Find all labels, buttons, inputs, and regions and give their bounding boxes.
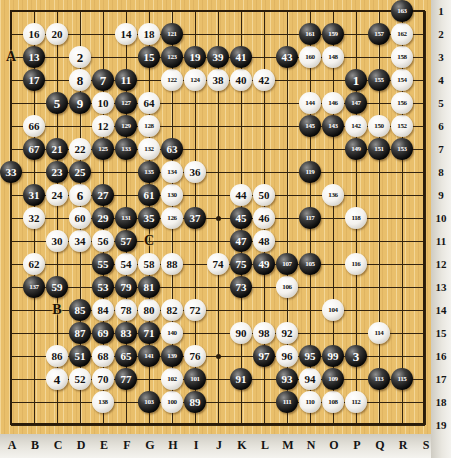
stone-move-number: 17 bbox=[29, 75, 40, 86]
stone-move-number: 154 bbox=[397, 77, 406, 84]
board-annotation-a: A bbox=[0, 46, 22, 68]
stone-move-number: 119 bbox=[306, 169, 315, 176]
row-label-6: 6 bbox=[431, 120, 451, 132]
stone-white-130: 130 bbox=[161, 184, 183, 206]
stone-move-number: 33 bbox=[6, 167, 17, 178]
stone-move-number: 54 bbox=[121, 259, 132, 270]
stone-move-number: 58 bbox=[144, 259, 155, 270]
stone-black-143: 143 bbox=[322, 115, 344, 137]
stone-white-86: 86 bbox=[46, 345, 68, 367]
stone-black-43: 43 bbox=[276, 46, 298, 68]
right-coordinate-margin bbox=[431, 0, 451, 458]
stone-move-number: 3 bbox=[353, 350, 360, 363]
stone-move-number: 13 bbox=[29, 52, 40, 63]
stone-white-20: 20 bbox=[46, 23, 68, 45]
stone-black-39: 39 bbox=[207, 46, 229, 68]
stone-black-147: 147 bbox=[345, 92, 367, 114]
stone-move-number: 157 bbox=[374, 31, 383, 38]
stone-move-number: 134 bbox=[167, 169, 176, 176]
stone-move-number: 121 bbox=[167, 31, 176, 38]
stone-move-number: 76 bbox=[190, 351, 201, 362]
stone-black-99: 99 bbox=[322, 345, 344, 367]
stone-white-42: 42 bbox=[253, 69, 275, 91]
stone-move-number: 86 bbox=[52, 351, 63, 362]
stone-move-number: 109 bbox=[328, 376, 337, 383]
stone-move-number: 35 bbox=[144, 213, 155, 224]
stone-black-149: 149 bbox=[345, 138, 367, 160]
stone-white-44: 44 bbox=[230, 184, 252, 206]
stone-white-70: 70 bbox=[92, 368, 114, 390]
row-label-1: 1 bbox=[431, 5, 451, 17]
stone-move-number: 50 bbox=[259, 190, 270, 201]
stone-move-number: 81 bbox=[144, 282, 155, 293]
stone-move-number: 143 bbox=[328, 123, 337, 130]
stone-move-number: 110 bbox=[306, 399, 315, 406]
stone-move-number: 20 bbox=[52, 29, 63, 40]
column-label-j: J bbox=[211, 438, 227, 453]
stone-white-76: 76 bbox=[184, 345, 206, 367]
stone-black-41: 41 bbox=[230, 46, 252, 68]
stone-move-number: 69 bbox=[98, 328, 109, 339]
stone-white-22: 22 bbox=[69, 138, 91, 160]
stone-move-number: 115 bbox=[398, 376, 407, 383]
stone-move-number: 67 bbox=[29, 144, 40, 155]
stone-move-number: 113 bbox=[375, 376, 384, 383]
stone-move-number: 7 bbox=[100, 74, 107, 87]
stone-white-94: 94 bbox=[299, 368, 321, 390]
grid-line-vertical bbox=[425, 11, 426, 425]
stone-black-29: 29 bbox=[92, 207, 114, 229]
stone-black-35: 35 bbox=[138, 207, 160, 229]
stone-white-112: 112 bbox=[345, 391, 367, 413]
stone-move-number: 114 bbox=[375, 330, 384, 337]
row-label-8: 8 bbox=[431, 166, 451, 178]
stone-white-96: 96 bbox=[276, 345, 298, 367]
stone-move-number: 151 bbox=[374, 146, 383, 153]
column-label-i: I bbox=[188, 438, 204, 453]
stone-move-number: 161 bbox=[305, 31, 314, 38]
stone-move-number: 162 bbox=[397, 31, 406, 38]
stone-move-number: 141 bbox=[144, 353, 153, 360]
stone-move-number: 8 bbox=[77, 74, 84, 87]
stone-move-number: 78 bbox=[121, 305, 132, 316]
stone-move-number: 30 bbox=[52, 236, 63, 247]
stone-white-66: 66 bbox=[23, 115, 45, 137]
row-label-2: 2 bbox=[431, 28, 451, 40]
column-label-b: B bbox=[27, 438, 43, 453]
stone-black-129: 129 bbox=[115, 115, 137, 137]
stone-move-number: 98 bbox=[259, 328, 270, 339]
row-label-15: 15 bbox=[431, 327, 451, 339]
row-label-10: 10 bbox=[431, 212, 451, 224]
stone-move-number: 71 bbox=[144, 328, 155, 339]
stone-white-104: 104 bbox=[322, 299, 344, 321]
stone-black-89: 89 bbox=[184, 391, 206, 413]
column-label-f: F bbox=[119, 438, 135, 453]
stone-move-number: 131 bbox=[121, 215, 130, 222]
stone-white-160: 160 bbox=[299, 46, 321, 68]
stone-move-number: 66 bbox=[29, 121, 40, 132]
stone-move-number: 145 bbox=[305, 123, 314, 130]
stone-white-124: 124 bbox=[184, 69, 206, 91]
row-label-4: 4 bbox=[431, 74, 451, 86]
stone-move-number: 123 bbox=[167, 54, 176, 61]
stone-black-87: 87 bbox=[69, 322, 91, 344]
stone-black-45: 45 bbox=[230, 207, 252, 229]
stone-move-number: 65 bbox=[121, 351, 132, 362]
stone-move-number: 4 bbox=[54, 373, 61, 386]
stone-move-number: 103 bbox=[144, 399, 153, 406]
stone-move-number: 101 bbox=[190, 376, 199, 383]
stone-white-98: 98 bbox=[253, 322, 275, 344]
stone-move-number: 135 bbox=[144, 169, 153, 176]
column-label-r: R bbox=[395, 438, 411, 453]
stone-move-number: 158 bbox=[397, 54, 406, 61]
stone-black-17: 17 bbox=[23, 69, 45, 91]
stone-black-139: 139 bbox=[161, 345, 183, 367]
stone-move-number: 6 bbox=[77, 189, 84, 202]
stone-move-number: 139 bbox=[167, 353, 176, 360]
stone-black-63: 63 bbox=[161, 138, 183, 160]
stone-black-103: 103 bbox=[138, 391, 160, 413]
stone-move-number: 153 bbox=[397, 146, 406, 153]
stone-move-number: 96 bbox=[282, 351, 293, 362]
stone-move-number: 49 bbox=[259, 259, 270, 270]
stone-move-number: 42 bbox=[259, 75, 270, 86]
stone-white-110: 110 bbox=[299, 391, 321, 413]
stone-move-number: 46 bbox=[259, 213, 270, 224]
stone-move-number: 104 bbox=[328, 307, 337, 314]
stone-move-number: 129 bbox=[121, 123, 130, 130]
stone-black-53: 53 bbox=[92, 276, 114, 298]
column-label-n: N bbox=[303, 438, 319, 453]
stone-move-number: 57 bbox=[121, 236, 132, 247]
stone-move-number: 89 bbox=[190, 397, 201, 408]
stone-white-78: 78 bbox=[115, 299, 137, 321]
stone-move-number: 127 bbox=[121, 100, 130, 107]
stone-black-73: 73 bbox=[230, 276, 252, 298]
stone-move-number: 52 bbox=[75, 374, 86, 385]
stone-black-163: 163 bbox=[391, 0, 413, 22]
stone-move-number: 56 bbox=[98, 236, 109, 247]
stone-white-52: 52 bbox=[69, 368, 91, 390]
stone-white-40: 40 bbox=[230, 69, 252, 91]
stone-white-146: 146 bbox=[322, 92, 344, 114]
stone-white-72: 72 bbox=[184, 299, 206, 321]
row-label-9: 9 bbox=[431, 189, 451, 201]
stone-black-153: 153 bbox=[391, 138, 413, 160]
stone-black-49: 49 bbox=[253, 253, 275, 275]
stone-white-62: 62 bbox=[23, 253, 45, 275]
stone-move-number: 27 bbox=[98, 190, 109, 201]
stone-move-number: 72 bbox=[190, 305, 201, 316]
stone-move-number: 18 bbox=[144, 29, 155, 40]
stone-white-56: 56 bbox=[92, 230, 114, 252]
stone-move-number: 77 bbox=[121, 374, 132, 385]
stone-move-number: 41 bbox=[236, 52, 247, 63]
stone-move-number: 84 bbox=[98, 305, 109, 316]
stone-black-85: 85 bbox=[69, 299, 91, 321]
stone-black-13: 13 bbox=[23, 46, 45, 68]
stone-move-number: 102 bbox=[167, 376, 176, 383]
stone-black-81: 81 bbox=[138, 276, 160, 298]
stone-white-128: 128 bbox=[138, 115, 160, 137]
stone-move-number: 122 bbox=[167, 77, 176, 84]
stone-black-97: 97 bbox=[253, 345, 275, 367]
stone-move-number: 16 bbox=[29, 29, 40, 40]
stone-move-number: 10 bbox=[98, 98, 109, 109]
stone-white-148: 148 bbox=[322, 46, 344, 68]
board-annotation-b: B bbox=[46, 299, 68, 321]
stone-move-number: 124 bbox=[190, 77, 199, 84]
row-label-16: 16 bbox=[431, 350, 451, 362]
stone-white-122: 122 bbox=[161, 69, 183, 91]
row-label-13: 13 bbox=[431, 281, 451, 293]
stone-white-116: 116 bbox=[345, 253, 367, 275]
stone-move-number: 133 bbox=[121, 146, 130, 153]
stone-black-51: 51 bbox=[69, 345, 91, 367]
stone-black-131: 131 bbox=[115, 207, 137, 229]
stone-black-145: 145 bbox=[299, 115, 321, 137]
stone-black-141: 141 bbox=[138, 345, 160, 367]
stone-black-25: 25 bbox=[69, 161, 91, 183]
stone-white-136: 136 bbox=[322, 184, 344, 206]
stone-move-number: 142 bbox=[351, 123, 360, 130]
stone-black-137: 137 bbox=[23, 276, 45, 298]
stone-white-34: 34 bbox=[69, 230, 91, 252]
stone-white-6: 6 bbox=[69, 184, 91, 206]
stone-white-32: 32 bbox=[23, 207, 45, 229]
stone-move-number: 63 bbox=[167, 144, 178, 155]
stone-move-number: 12 bbox=[98, 121, 109, 132]
stone-move-number: 140 bbox=[167, 330, 176, 337]
stone-move-number: 82 bbox=[167, 305, 178, 316]
stone-black-125: 125 bbox=[92, 138, 114, 160]
stone-move-number: 38 bbox=[213, 75, 224, 86]
stone-black-5: 5 bbox=[46, 92, 68, 114]
stone-move-number: 74 bbox=[213, 259, 224, 270]
stone-move-number: 70 bbox=[98, 374, 109, 385]
stone-white-84: 84 bbox=[92, 299, 114, 321]
stone-move-number: 148 bbox=[328, 54, 337, 61]
stone-black-37: 37 bbox=[184, 207, 206, 229]
stone-white-46: 46 bbox=[253, 207, 275, 229]
stone-black-15: 15 bbox=[138, 46, 160, 68]
stone-move-number: 147 bbox=[351, 100, 360, 107]
stone-black-77: 77 bbox=[115, 368, 137, 390]
go-board-diagram: 1234567891011121314151617181920212223242… bbox=[0, 0, 451, 458]
stone-black-19: 19 bbox=[184, 46, 206, 68]
stone-move-number: 137 bbox=[29, 284, 38, 291]
column-label-l: L bbox=[257, 438, 273, 453]
stone-move-number: 125 bbox=[98, 146, 107, 153]
stone-white-50: 50 bbox=[253, 184, 275, 206]
stone-black-133: 133 bbox=[115, 138, 137, 160]
stone-move-number: 156 bbox=[397, 100, 406, 107]
stone-move-number: 79 bbox=[121, 282, 132, 293]
stone-white-54: 54 bbox=[115, 253, 137, 275]
stone-move-number: 21 bbox=[52, 144, 63, 155]
column-label-k: K bbox=[234, 438, 250, 453]
stone-white-4: 4 bbox=[46, 368, 68, 390]
stone-white-92: 92 bbox=[276, 322, 298, 344]
stone-black-65: 65 bbox=[115, 345, 137, 367]
stone-move-number: 44 bbox=[236, 190, 247, 201]
stone-white-30: 30 bbox=[46, 230, 68, 252]
stone-move-number: 90 bbox=[236, 328, 247, 339]
stone-white-24: 24 bbox=[46, 184, 68, 206]
stone-move-number: 55 bbox=[98, 259, 109, 270]
stone-white-90: 90 bbox=[230, 322, 252, 344]
stone-move-number: 34 bbox=[75, 236, 86, 247]
stone-move-number: 116 bbox=[352, 261, 361, 268]
column-label-p: P bbox=[349, 438, 365, 453]
stone-move-number: 36 bbox=[190, 167, 201, 178]
board-annotation-c: C bbox=[138, 230, 160, 252]
stone-move-number: 22 bbox=[75, 144, 86, 155]
stone-move-number: 40 bbox=[236, 75, 247, 86]
row-label-5: 5 bbox=[431, 97, 451, 109]
stone-black-27: 27 bbox=[92, 184, 114, 206]
stone-move-number: 159 bbox=[328, 31, 337, 38]
stone-move-number: 15 bbox=[144, 52, 155, 63]
stone-move-number: 11 bbox=[121, 75, 131, 86]
stone-black-93: 93 bbox=[276, 368, 298, 390]
stone-black-159: 159 bbox=[322, 23, 344, 45]
stone-move-number: 126 bbox=[167, 215, 176, 222]
stone-black-101: 101 bbox=[184, 368, 206, 390]
stone-move-number: 150 bbox=[374, 123, 383, 130]
stone-black-1: 1 bbox=[345, 69, 367, 91]
stone-move-number: 149 bbox=[351, 146, 360, 153]
stone-move-number: 111 bbox=[283, 399, 292, 406]
stone-white-38: 38 bbox=[207, 69, 229, 91]
stone-black-69: 69 bbox=[92, 322, 114, 344]
stone-move-number: 106 bbox=[282, 284, 291, 291]
column-label-q: Q bbox=[372, 438, 388, 453]
stone-white-16: 16 bbox=[23, 23, 45, 45]
stone-move-number: 138 bbox=[98, 399, 107, 406]
row-label-19: 19 bbox=[431, 419, 451, 431]
stone-black-21: 21 bbox=[46, 138, 68, 160]
column-label-c: C bbox=[50, 438, 66, 453]
grid-line-horizontal bbox=[11, 425, 425, 426]
stone-black-113: 113 bbox=[368, 368, 390, 390]
stone-black-107: 107 bbox=[276, 253, 298, 275]
stone-white-64: 64 bbox=[138, 92, 160, 114]
stone-black-91: 91 bbox=[230, 368, 252, 390]
stone-white-10: 10 bbox=[92, 92, 114, 114]
stone-white-80: 80 bbox=[138, 299, 160, 321]
stone-move-number: 5 bbox=[54, 97, 61, 110]
stone-white-152: 152 bbox=[391, 115, 413, 137]
stone-move-number: 91 bbox=[236, 374, 247, 385]
column-label-s: S bbox=[418, 438, 434, 453]
stone-black-55: 55 bbox=[92, 253, 114, 275]
column-label-d: D bbox=[73, 438, 89, 453]
stone-move-number: 160 bbox=[305, 54, 314, 61]
stone-white-88: 88 bbox=[161, 253, 183, 275]
stone-white-102: 102 bbox=[161, 368, 183, 390]
stone-black-161: 161 bbox=[299, 23, 321, 45]
stone-move-number: 144 bbox=[305, 100, 314, 107]
stone-white-18: 18 bbox=[138, 23, 160, 45]
stone-move-number: 118 bbox=[352, 215, 361, 222]
stone-move-number: 19 bbox=[190, 52, 201, 63]
stone-move-number: 112 bbox=[352, 399, 361, 406]
stone-white-48: 48 bbox=[253, 230, 275, 252]
row-label-11: 11 bbox=[431, 235, 451, 247]
stone-move-number: 132 bbox=[144, 146, 153, 153]
stone-move-number: 152 bbox=[397, 123, 406, 130]
stone-white-74: 74 bbox=[207, 253, 229, 275]
stone-move-number: 60 bbox=[75, 213, 86, 224]
column-label-h: H bbox=[165, 438, 181, 453]
stone-white-106: 106 bbox=[276, 276, 298, 298]
row-label-18: 18 bbox=[431, 396, 451, 408]
stone-white-36: 36 bbox=[184, 161, 206, 183]
stone-move-number: 51 bbox=[75, 351, 86, 362]
stone-move-number: 80 bbox=[144, 305, 155, 316]
stone-black-47: 47 bbox=[230, 230, 252, 252]
stone-black-57: 57 bbox=[115, 230, 137, 252]
stone-move-number: 47 bbox=[236, 236, 247, 247]
stone-white-108: 108 bbox=[322, 391, 344, 413]
stone-black-7: 7 bbox=[92, 69, 114, 91]
stone-white-58: 58 bbox=[138, 253, 160, 275]
stone-move-number: 73 bbox=[236, 282, 247, 293]
stone-move-number: 105 bbox=[305, 261, 314, 268]
stone-move-number: 31 bbox=[29, 190, 40, 201]
stone-white-162: 162 bbox=[391, 23, 413, 45]
stone-move-number: 68 bbox=[98, 351, 109, 362]
row-label-14: 14 bbox=[431, 304, 451, 316]
stone-move-number: 85 bbox=[75, 305, 86, 316]
stone-black-109: 109 bbox=[322, 368, 344, 390]
stone-move-number: 61 bbox=[144, 190, 155, 201]
hoshi-dot bbox=[216, 216, 221, 221]
stone-black-75: 75 bbox=[230, 253, 252, 275]
stone-move-number: 32 bbox=[29, 213, 40, 224]
stone-move-number: 9 bbox=[77, 97, 84, 110]
stone-white-12: 12 bbox=[92, 115, 114, 137]
stone-black-95: 95 bbox=[299, 345, 321, 367]
stone-black-151: 151 bbox=[368, 138, 390, 160]
stone-move-number: 146 bbox=[328, 100, 337, 107]
stone-black-105: 105 bbox=[299, 253, 321, 275]
stone-black-59: 59 bbox=[46, 276, 68, 298]
stone-move-number: 99 bbox=[328, 351, 339, 362]
stone-black-83: 83 bbox=[115, 322, 137, 344]
stone-black-119: 119 bbox=[299, 161, 321, 183]
stone-white-68: 68 bbox=[92, 345, 114, 367]
stone-black-111: 111 bbox=[276, 391, 298, 413]
stone-black-71: 71 bbox=[138, 322, 160, 344]
stone-move-number: 92 bbox=[282, 328, 293, 339]
stone-black-135: 135 bbox=[138, 161, 160, 183]
stone-black-33: 33 bbox=[0, 161, 22, 183]
row-label-17: 17 bbox=[431, 373, 451, 385]
stone-white-14: 14 bbox=[115, 23, 137, 45]
stone-white-134: 134 bbox=[161, 161, 183, 183]
stone-move-number: 100 bbox=[167, 399, 176, 406]
stone-move-number: 117 bbox=[306, 215, 315, 222]
stone-move-number: 43 bbox=[282, 52, 293, 63]
stone-black-9: 9 bbox=[69, 92, 91, 114]
stone-move-number: 24 bbox=[52, 190, 63, 201]
stone-white-100: 100 bbox=[161, 391, 183, 413]
stone-move-number: 75 bbox=[236, 259, 247, 270]
